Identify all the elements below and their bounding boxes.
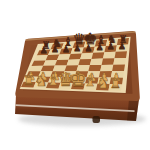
piece-black-pawn[interactable]: ♟: [118, 41, 126, 50]
piece-white-rook[interactable]: ♜: [23, 74, 35, 87]
piece-black-pawn[interactable]: ♟: [107, 42, 115, 51]
square-h6[interactable]: [115, 51, 128, 58]
square-g6[interactable]: [103, 52, 116, 59]
piece-black-pawn[interactable]: ♟: [73, 44, 81, 53]
piece-black-pawn[interactable]: ♟: [62, 44, 70, 53]
chess-set-photo: ♜♞♝♛♚♝♞♜♟♟♟♟♟♟♟♟♟♟♟♟♟♟♟♟♜♞♝♛♚♝♞♜: [0, 0, 150, 150]
square-f6[interactable]: [92, 52, 105, 59]
square-g5[interactable]: [102, 58, 115, 65]
square-d6[interactable]: [69, 53, 82, 59]
piece-white-rook[interactable]: ♜: [109, 77, 121, 90]
square-c5[interactable]: [55, 60, 69, 66]
piece-white-bishop[interactable]: ♝: [84, 74, 98, 89]
square-h5[interactable]: [113, 58, 126, 65]
square-d5[interactable]: [67, 59, 81, 65]
drawer-notch[interactable]: [93, 116, 101, 123]
square-h4[interactable]: [112, 65, 125, 72]
square-e6[interactable]: [80, 53, 93, 60]
piece-white-knight[interactable]: ♞: [34, 73, 47, 87]
piece-black-pawn[interactable]: ♟: [40, 46, 48, 55]
piece-black-pawn[interactable]: ♟: [95, 42, 103, 51]
piece-white-knight[interactable]: ♞: [96, 75, 109, 89]
square-e5[interactable]: [78, 59, 91, 65]
piece-black-pawn[interactable]: ♟: [51, 45, 59, 54]
square-f5[interactable]: [90, 59, 103, 66]
piece-black-pawn[interactable]: ♟: [84, 43, 92, 52]
